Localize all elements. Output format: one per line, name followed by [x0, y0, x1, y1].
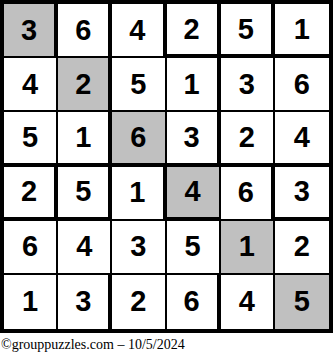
- sudoku-cell-r1c3: 4: [112, 4, 166, 58]
- sudoku-cell-r1c5: 5: [221, 4, 275, 58]
- sudoku-cell-r2c5: 3: [221, 58, 275, 112]
- sudoku-cell-r1c4: 2: [167, 4, 221, 58]
- sudoku-cell-r5c4: 5: [167, 221, 221, 275]
- sudoku-cell-r4c5: 6: [221, 167, 275, 221]
- sudoku-cell-r2c1: 4: [4, 58, 58, 112]
- sudoku-cell-r5c5: 1: [221, 221, 275, 275]
- sudoku-cell-r5c3: 3: [112, 221, 166, 275]
- sudoku-cell-r4c4: 4: [167, 167, 221, 221]
- sudoku-cell-r6c4: 6: [167, 275, 221, 329]
- sudoku-cell-r5c6: 2: [275, 221, 329, 275]
- sudoku-cell-r6c6: 5: [275, 275, 329, 329]
- sudoku-cell-r1c2: 6: [58, 4, 112, 58]
- sudoku-cell-r2c4: 1: [167, 58, 221, 112]
- sudoku-cell-r2c3: 5: [112, 58, 166, 112]
- sudoku-cell-r4c3: 1: [112, 167, 166, 221]
- sudoku-cell-r6c2: 3: [58, 275, 112, 329]
- copyright-footer: ©grouppuzzles.com – 10/5/2024: [1, 337, 185, 353]
- sudoku-cell-r2c2: 2: [58, 58, 112, 112]
- sudoku-cell-r5c1: 6: [4, 221, 58, 275]
- sudoku-cell-r6c5: 4: [221, 275, 275, 329]
- sudoku-cell-r3c1: 5: [4, 112, 58, 166]
- sudoku-cell-r3c6: 4: [275, 112, 329, 166]
- sudoku-cell-r6c1: 1: [4, 275, 58, 329]
- sudoku-cell-r3c2: 1: [58, 112, 112, 166]
- sudoku-cell-r2c6: 6: [275, 58, 329, 112]
- sudoku-cell-r5c2: 4: [58, 221, 112, 275]
- sudoku-cell-r3c3: 6: [112, 112, 166, 166]
- sudoku-cell-r3c5: 2: [221, 112, 275, 166]
- sudoku-cell-r4c1: 2: [4, 167, 58, 221]
- sudoku-grid: 364251425136516324251463643512132645: [0, 0, 333, 333]
- sudoku-cell-r4c6: 3: [275, 167, 329, 221]
- sudoku-cell-r1c1: 3: [4, 4, 58, 58]
- sudoku-cell-r1c6: 1: [275, 4, 329, 58]
- sudoku-cell-r6c3: 2: [112, 275, 166, 329]
- sudoku-cell-r3c4: 3: [167, 112, 221, 166]
- sudoku-cell-r4c2: 5: [58, 167, 112, 221]
